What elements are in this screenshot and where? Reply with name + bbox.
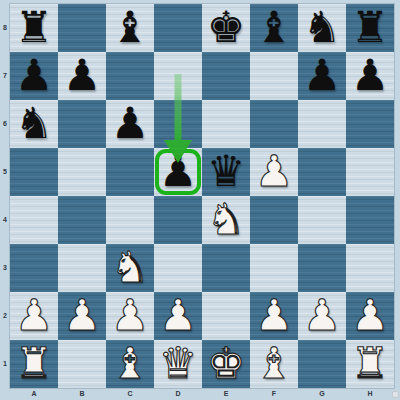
piece-white-bishop-f1[interactable]: ♝ xyxy=(250,340,298,388)
square-c3[interactable]: ♞ xyxy=(106,244,154,292)
piece-black-knight-a6[interactable]: ♞ xyxy=(10,100,58,148)
chess-board[interactable]: ♜♝♚♝♞♜♟♟♟♟♞♟♟♛♟♞♞♟♟♟♟♟♟♟♜♝♛♚♝♜ xyxy=(10,4,394,388)
square-f5[interactable]: ♟ xyxy=(250,148,298,196)
square-e7[interactable] xyxy=(202,52,250,100)
piece-white-queen-d1[interactable]: ♛ xyxy=(154,340,202,388)
square-f4[interactable] xyxy=(250,196,298,244)
rank-label-3: 3 xyxy=(0,244,10,292)
square-g3[interactable] xyxy=(298,244,346,292)
square-e5[interactable]: ♛ xyxy=(202,148,250,196)
square-g8[interactable]: ♞ xyxy=(298,4,346,52)
piece-white-pawn-a2[interactable]: ♟ xyxy=(10,292,58,340)
rank-label-4: 4 xyxy=(0,196,10,244)
piece-white-knight-e4[interactable]: ♞ xyxy=(202,196,250,244)
file-label-b: B xyxy=(58,388,106,400)
piece-white-bishop-c1[interactable]: ♝ xyxy=(106,340,154,388)
square-a3[interactable] xyxy=(10,244,58,292)
piece-black-pawn-h7[interactable]: ♟ xyxy=(346,52,394,100)
square-a5[interactable] xyxy=(10,148,58,196)
square-d7[interactable] xyxy=(154,52,202,100)
square-h1[interactable]: ♜ xyxy=(346,340,394,388)
square-b2[interactable]: ♟ xyxy=(58,292,106,340)
square-c6[interactable]: ♟ xyxy=(106,100,154,148)
piece-white-rook-h1[interactable]: ♜ xyxy=(346,340,394,388)
file-label-e: E xyxy=(202,388,250,400)
piece-black-rook-a8[interactable]: ♜ xyxy=(10,4,58,52)
piece-black-pawn-a7[interactable]: ♟ xyxy=(10,52,58,100)
piece-black-pawn-d5[interactable]: ♟ xyxy=(154,148,202,196)
square-d6[interactable] xyxy=(154,100,202,148)
square-c5[interactable] xyxy=(106,148,154,196)
square-h7[interactable]: ♟ xyxy=(346,52,394,100)
square-e4[interactable]: ♞ xyxy=(202,196,250,244)
square-d2[interactable]: ♟ xyxy=(154,292,202,340)
square-b7[interactable]: ♟ xyxy=(58,52,106,100)
square-c4[interactable] xyxy=(106,196,154,244)
square-f3[interactable] xyxy=(250,244,298,292)
square-g4[interactable] xyxy=(298,196,346,244)
piece-black-king-e8[interactable]: ♚ xyxy=(202,4,250,52)
rank-label-7: 7 xyxy=(0,52,10,100)
square-a7[interactable]: ♟ xyxy=(10,52,58,100)
square-h2[interactable]: ♟ xyxy=(346,292,394,340)
piece-black-pawn-c6[interactable]: ♟ xyxy=(106,100,154,148)
square-e3[interactable] xyxy=(202,244,250,292)
square-d1[interactable]: ♛ xyxy=(154,340,202,388)
square-e1[interactable]: ♚ xyxy=(202,340,250,388)
square-f2[interactable]: ♟ xyxy=(250,292,298,340)
piece-white-pawn-d2[interactable]: ♟ xyxy=(154,292,202,340)
square-h5[interactable] xyxy=(346,148,394,196)
square-e2[interactable] xyxy=(202,292,250,340)
piece-black-knight-g8[interactable]: ♞ xyxy=(298,4,346,52)
square-g6[interactable] xyxy=(298,100,346,148)
square-g1[interactable] xyxy=(298,340,346,388)
file-label-g: G xyxy=(298,388,346,400)
piece-black-pawn-b7[interactable]: ♟ xyxy=(58,52,106,100)
piece-black-queen-e5[interactable]: ♛ xyxy=(202,148,250,196)
square-c2[interactable]: ♟ xyxy=(106,292,154,340)
square-e8[interactable]: ♚ xyxy=(202,4,250,52)
file-label-a: A xyxy=(10,388,58,400)
piece-white-king-e1[interactable]: ♚ xyxy=(202,340,250,388)
square-g5[interactable] xyxy=(298,148,346,196)
piece-black-bishop-f8[interactable]: ♝ xyxy=(250,4,298,52)
square-b4[interactable] xyxy=(58,196,106,244)
square-a4[interactable] xyxy=(10,196,58,244)
square-h8[interactable]: ♜ xyxy=(346,4,394,52)
square-a1[interactable]: ♜ xyxy=(10,340,58,388)
piece-white-pawn-f5[interactable]: ♟ xyxy=(250,148,298,196)
square-g7[interactable]: ♟ xyxy=(298,52,346,100)
rank-label-1: 1 xyxy=(0,340,10,388)
square-f8[interactable]: ♝ xyxy=(250,4,298,52)
square-c7[interactable] xyxy=(106,52,154,100)
square-a6[interactable]: ♞ xyxy=(10,100,58,148)
chess-board-widget: ♜♝♚♝♞♜♟♟♟♟♞♟♟♛♟♞♞♟♟♟♟♟♟♟♜♝♛♚♝♜ 87654321 … xyxy=(0,0,400,400)
square-c1[interactable]: ♝ xyxy=(106,340,154,388)
rank-label-8: 8 xyxy=(0,4,10,52)
file-label-h: H xyxy=(346,388,394,400)
square-d4[interactable] xyxy=(154,196,202,244)
file-label-d: D xyxy=(154,388,202,400)
piece-white-knight-c3[interactable]: ♞ xyxy=(106,244,154,292)
square-f6[interactable] xyxy=(250,100,298,148)
corner-grip-icon xyxy=(392,391,399,398)
square-h3[interactable] xyxy=(346,244,394,292)
square-e6[interactable] xyxy=(202,100,250,148)
square-b6[interactable] xyxy=(58,100,106,148)
square-b3[interactable] xyxy=(58,244,106,292)
square-a2[interactable]: ♟ xyxy=(10,292,58,340)
rank-label-2: 2 xyxy=(0,292,10,340)
piece-white-pawn-b2[interactable]: ♟ xyxy=(58,292,106,340)
square-d5[interactable]: ♟ xyxy=(154,148,202,196)
piece-white-rook-a1[interactable]: ♜ xyxy=(10,340,58,388)
square-h4[interactable] xyxy=(346,196,394,244)
file-label-c: C xyxy=(106,388,154,400)
piece-white-pawn-h2[interactable]: ♟ xyxy=(346,292,394,340)
rank-label-6: 6 xyxy=(0,100,10,148)
square-b8[interactable] xyxy=(58,4,106,52)
square-d3[interactable] xyxy=(154,244,202,292)
piece-white-pawn-g2[interactable]: ♟ xyxy=(298,292,346,340)
square-g2[interactable]: ♟ xyxy=(298,292,346,340)
piece-white-pawn-c2[interactable]: ♟ xyxy=(106,292,154,340)
square-c8[interactable]: ♝ xyxy=(106,4,154,52)
piece-white-pawn-f2[interactable]: ♟ xyxy=(250,292,298,340)
piece-black-rook-h8[interactable]: ♜ xyxy=(346,4,394,52)
piece-black-pawn-g7[interactable]: ♟ xyxy=(298,52,346,100)
square-b1[interactable] xyxy=(58,340,106,388)
square-f7[interactable] xyxy=(250,52,298,100)
square-h6[interactable] xyxy=(346,100,394,148)
file-label-f: F xyxy=(250,388,298,400)
rank-label-5: 5 xyxy=(0,148,10,196)
square-f1[interactable]: ♝ xyxy=(250,340,298,388)
square-d8[interactable] xyxy=(154,4,202,52)
square-b5[interactable] xyxy=(58,148,106,196)
square-a8[interactable]: ♜ xyxy=(10,4,58,52)
piece-black-bishop-c8[interactable]: ♝ xyxy=(106,4,154,52)
